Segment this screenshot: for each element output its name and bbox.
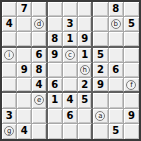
circled-letter-f-icon: f bbox=[126, 80, 136, 90]
given-digit: 3 bbox=[67, 19, 74, 29]
given-digit: 5 bbox=[128, 19, 135, 29]
cell-r9c5[interactable] bbox=[63, 124, 78, 139]
cell-r1c5[interactable] bbox=[63, 2, 78, 17]
given-digit: 5 bbox=[112, 126, 119, 136]
cell-r7c5[interactable]: 4 bbox=[63, 93, 78, 108]
cell-r3c8[interactable] bbox=[109, 32, 124, 47]
cell-r2c2[interactable] bbox=[17, 17, 32, 32]
cell-r4c7[interactable]: 5 bbox=[93, 48, 108, 63]
cell-r5c4[interactable] bbox=[48, 63, 63, 78]
cell-r4c5[interactable]: c bbox=[63, 48, 78, 63]
cell-r7c1[interactable] bbox=[2, 93, 17, 108]
given-digit: 4 bbox=[21, 126, 28, 136]
cell-r3c6[interactable]: 9 bbox=[78, 32, 93, 47]
cell-r1c3[interactable] bbox=[32, 2, 47, 17]
circled-letter-c-icon: c bbox=[65, 50, 75, 60]
cell-r6c6[interactable]: 2 bbox=[78, 78, 93, 93]
cell-r9c4[interactable] bbox=[48, 124, 63, 139]
cell-r4c6[interactable]: 1 bbox=[78, 48, 93, 63]
given-digit: 5 bbox=[97, 50, 104, 60]
cell-r3c2[interactable] bbox=[17, 32, 32, 47]
cell-r2c7[interactable] bbox=[93, 17, 108, 32]
cell-r8c6[interactable] bbox=[78, 109, 93, 124]
circled-letter-b-icon: b bbox=[111, 19, 121, 29]
given-digit: 6 bbox=[36, 50, 43, 60]
cell-r1c8[interactable]: 8 bbox=[109, 2, 124, 17]
cell-r6c7[interactable]: 9 bbox=[93, 78, 108, 93]
cell-r8c5[interactable]: 6 bbox=[63, 109, 78, 124]
cell-r9c6[interactable] bbox=[78, 124, 93, 139]
cell-r8c8[interactable] bbox=[109, 109, 124, 124]
cell-r7c2[interactable] bbox=[17, 93, 32, 108]
cell-r6c1[interactable] bbox=[2, 78, 17, 93]
cell-r2c4[interactable] bbox=[48, 17, 63, 32]
circled-letter-d-icon: d bbox=[34, 19, 44, 29]
cell-r1c6[interactable] bbox=[78, 2, 93, 17]
cell-r7c6[interactable]: 5 bbox=[78, 93, 93, 108]
circled-letter-i-icon: i bbox=[4, 50, 14, 60]
cell-r5c9[interactable] bbox=[124, 63, 139, 78]
cell-r4c9[interactable] bbox=[124, 48, 139, 63]
cell-r7c9[interactable] bbox=[124, 93, 139, 108]
cell-r8c2[interactable] bbox=[17, 109, 32, 124]
cell-r6c3[interactable]: 4 bbox=[32, 78, 47, 93]
given-digit: 6 bbox=[67, 111, 74, 121]
cell-r5c6[interactable]: h bbox=[78, 63, 93, 78]
cell-r5c2[interactable]: 9 bbox=[17, 63, 32, 78]
cell-r6c2[interactable] bbox=[17, 78, 32, 93]
circled-letter-e-icon: e bbox=[34, 95, 44, 105]
cell-r2c3[interactable]: d bbox=[32, 17, 47, 32]
cell-r4c4[interactable]: 9 bbox=[48, 48, 63, 63]
given-digit: 1 bbox=[81, 50, 88, 60]
cell-r9c8[interactable]: 5 bbox=[109, 124, 124, 139]
cell-r3c1[interactable] bbox=[2, 32, 17, 47]
given-digit: 4 bbox=[6, 19, 13, 29]
given-digit: 1 bbox=[51, 95, 58, 105]
given-digit: 4 bbox=[36, 80, 43, 90]
cell-r9c9[interactable] bbox=[124, 124, 139, 139]
cell-r1c1[interactable] bbox=[2, 2, 17, 17]
cell-r3c9[interactable] bbox=[124, 32, 139, 47]
given-digit: 5 bbox=[81, 95, 88, 105]
cell-r3c7[interactable] bbox=[93, 32, 108, 47]
cell-r2c8[interactable]: b bbox=[109, 17, 124, 32]
cell-r7c4[interactable]: 1 bbox=[48, 93, 63, 108]
cell-r5c3[interactable]: 8 bbox=[32, 63, 47, 78]
circled-letter-h-icon: h bbox=[80, 65, 90, 75]
cell-r7c8[interactable] bbox=[109, 93, 124, 108]
given-digit: 9 bbox=[51, 50, 58, 60]
cell-r8c1[interactable]: 3 bbox=[2, 109, 17, 124]
cell-r7c3[interactable]: e bbox=[32, 93, 47, 108]
given-digit: 9 bbox=[97, 80, 104, 90]
given-digit: 9 bbox=[21, 65, 28, 75]
given-digit: 9 bbox=[81, 34, 88, 44]
cell-r1c2[interactable]: 7 bbox=[17, 2, 32, 17]
cell-r1c7[interactable] bbox=[93, 2, 108, 17]
cell-r9c1[interactable]: g bbox=[2, 124, 17, 139]
cell-r4c8[interactable] bbox=[109, 48, 124, 63]
cell-r9c2[interactable]: 4 bbox=[17, 124, 32, 139]
cell-r6c9[interactable]: f bbox=[124, 78, 139, 93]
cell-r6c5[interactable] bbox=[63, 78, 78, 93]
cell-r2c9[interactable]: 5 bbox=[124, 17, 139, 32]
cell-r5c1[interactable] bbox=[2, 63, 17, 78]
given-digit: 3 bbox=[6, 111, 13, 121]
cell-r5c7[interactable]: 2 bbox=[93, 63, 108, 78]
given-digit: 6 bbox=[112, 65, 119, 75]
given-digit: 8 bbox=[36, 65, 43, 75]
cell-r5c8[interactable]: 6 bbox=[109, 63, 124, 78]
cell-r1c9[interactable] bbox=[124, 2, 139, 17]
given-digit: 9 bbox=[128, 111, 135, 121]
circled-letter-g-icon: g bbox=[4, 126, 14, 136]
cell-r2c5[interactable]: 3 bbox=[63, 17, 78, 32]
cell-r9c7[interactable] bbox=[93, 124, 108, 139]
cell-r7c7[interactable] bbox=[93, 93, 108, 108]
cell-r3c3[interactable] bbox=[32, 32, 47, 47]
cell-r4c3[interactable]: 6 bbox=[32, 48, 47, 63]
cell-r8c9[interactable]: 9 bbox=[124, 109, 139, 124]
cell-r8c4[interactable] bbox=[48, 109, 63, 124]
cell-r4c1[interactable]: i bbox=[2, 48, 17, 63]
cell-r6c8[interactable] bbox=[109, 78, 124, 93]
sudoku-app: 784d3b5819i69c1598h264629fe14536a9g45 bbox=[0, 0, 141, 141]
cell-r9c3[interactable] bbox=[32, 124, 47, 139]
given-digit: 8 bbox=[112, 4, 119, 14]
cell-r4c2[interactable] bbox=[17, 48, 32, 63]
cell-r5c5[interactable] bbox=[63, 63, 78, 78]
given-digit: 4 bbox=[67, 95, 74, 105]
given-digit: 8 bbox=[51, 34, 58, 44]
cell-r3c4[interactable]: 8 bbox=[48, 32, 63, 47]
given-digit: 2 bbox=[97, 65, 104, 75]
given-digit: 7 bbox=[21, 4, 28, 14]
cell-r3c5[interactable]: 1 bbox=[63, 32, 78, 47]
cell-r2c6[interactable] bbox=[78, 17, 93, 32]
cell-r1c4[interactable] bbox=[48, 2, 63, 17]
given-digit: 1 bbox=[67, 34, 74, 44]
cell-r8c7[interactable]: a bbox=[93, 109, 108, 124]
cell-r8c3[interactable] bbox=[32, 109, 47, 124]
sudoku-board: 784d3b5819i69c1598h264629fe14536a9g45 bbox=[0, 0, 141, 141]
circled-letter-a-icon: a bbox=[95, 111, 105, 121]
cell-r6c4[interactable]: 6 bbox=[48, 78, 63, 93]
cell-r2c1[interactable]: 4 bbox=[2, 17, 17, 32]
given-digit: 6 bbox=[51, 80, 58, 90]
given-digit: 2 bbox=[81, 80, 88, 90]
